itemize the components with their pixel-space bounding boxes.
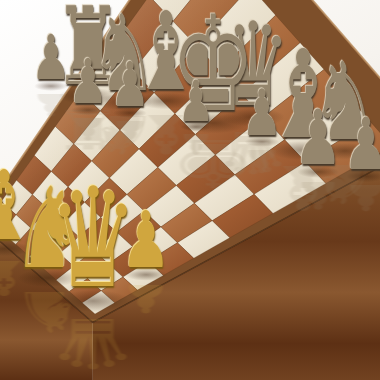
dark-pawn-glyph: ♟ (293, 100, 342, 176)
dark-pawn-glyph: ♟ (110, 54, 150, 116)
piece-reflection: ♟ (178, 130, 215, 159)
dark-pawn-glyph: ♟ (343, 108, 380, 180)
pieces-layer: ♟♟♜♜♝♝♞♞♟♟♟♟♛♛♚♚♟♟♟♟♝♝♞♞♟♟♟♟♝♝♟♟♞♞♛♛ (0, 0, 380, 380)
dark-pawn-glyph: ♟ (68, 51, 108, 113)
gold-queen-glyph: ♛ (48, 170, 137, 308)
chess-set-photo: ♟♟♜♜♝♝♞♞♟♟♟♟♛♛♚♚♟♟♟♟♝♝♞♞♟♟♟♟♝♝♟♟♞♞♛♛ (0, 0, 380, 380)
dark-pawn-glyph: ♟ (178, 73, 215, 130)
